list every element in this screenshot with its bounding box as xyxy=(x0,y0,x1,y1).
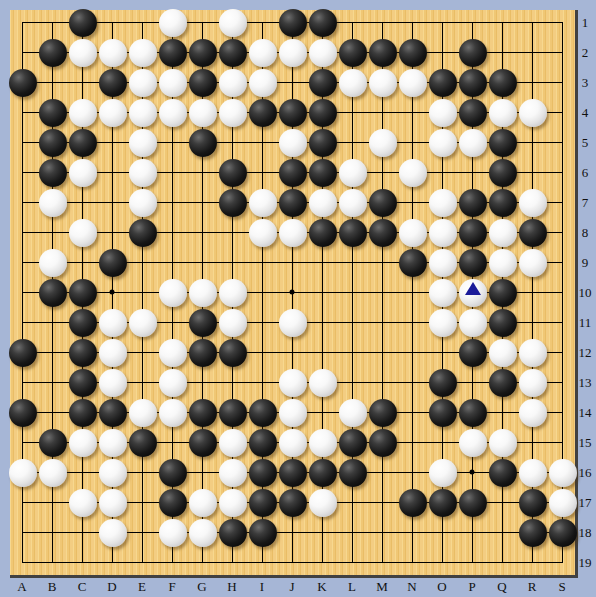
white-stone-K17[interactable] xyxy=(309,489,337,517)
white-stone-H17[interactable] xyxy=(219,489,247,517)
black-stone-H6[interactable] xyxy=(219,159,247,187)
white-stone-D17[interactable] xyxy=(99,489,127,517)
black-stone-N17[interactable] xyxy=(399,489,427,517)
white-stone-D4[interactable] xyxy=(99,99,127,127)
black-stone-Q3[interactable] xyxy=(489,69,517,97)
black-stone-O3[interactable] xyxy=(429,69,457,97)
white-stone-Q12[interactable] xyxy=(489,339,517,367)
black-stone-B10[interactable] xyxy=(39,279,67,307)
white-stone-O7[interactable] xyxy=(429,189,457,217)
white-stone-C8[interactable] xyxy=(69,219,97,247)
black-stone-P14[interactable] xyxy=(459,399,487,427)
white-stone-H10[interactable] xyxy=(219,279,247,307)
white-stone-L7[interactable] xyxy=(339,189,367,217)
white-stone-M5[interactable] xyxy=(369,129,397,157)
white-stone-J15[interactable] xyxy=(279,429,307,457)
row-label-1: 1 xyxy=(582,16,589,29)
row-label-10: 10 xyxy=(579,286,592,299)
black-stone-I15[interactable] xyxy=(249,429,277,457)
white-stone-H4[interactable] xyxy=(219,99,247,127)
white-stone-D12[interactable] xyxy=(99,339,127,367)
black-stone-G3[interactable] xyxy=(189,69,217,97)
black-stone-J1[interactable] xyxy=(279,9,307,37)
white-stone-G4[interactable] xyxy=(189,99,217,127)
white-stone-R9[interactable] xyxy=(519,249,547,277)
black-stone-P4[interactable] xyxy=(459,99,487,127)
black-stone-I14[interactable] xyxy=(249,399,277,427)
black-stone-D9[interactable] xyxy=(99,249,127,277)
white-stone-S16[interactable] xyxy=(549,459,577,487)
black-stone-J6[interactable] xyxy=(279,159,307,187)
column-label-B: B xyxy=(48,580,57,593)
black-stone-L16[interactable] xyxy=(339,459,367,487)
white-stone-F14[interactable] xyxy=(159,399,187,427)
black-stone-A14[interactable] xyxy=(9,399,37,427)
black-stone-H18[interactable] xyxy=(219,519,247,547)
white-stone-H15[interactable] xyxy=(219,429,247,457)
black-stone-R17[interactable] xyxy=(519,489,547,517)
white-stone-J2[interactable] xyxy=(279,39,307,67)
white-stone-C2[interactable] xyxy=(69,39,97,67)
black-stone-B2[interactable] xyxy=(39,39,67,67)
white-stone-H1[interactable] xyxy=(219,9,247,37)
column-label-D: D xyxy=(107,580,116,593)
row-label-12: 12 xyxy=(579,346,592,359)
black-stone-A3[interactable] xyxy=(9,69,37,97)
column-label-O: O xyxy=(437,580,446,593)
black-stone-Q10[interactable] xyxy=(489,279,517,307)
black-stone-E15[interactable] xyxy=(129,429,157,457)
black-stone-N9[interactable] xyxy=(399,249,427,277)
white-stone-E11[interactable] xyxy=(129,309,157,337)
white-stone-M3[interactable] xyxy=(369,69,397,97)
white-stone-F18[interactable] xyxy=(159,519,187,547)
black-stone-K3[interactable] xyxy=(309,69,337,97)
black-stone-P7[interactable] xyxy=(459,189,487,217)
black-stone-H14[interactable] xyxy=(219,399,247,427)
white-stone-J14[interactable] xyxy=(279,399,307,427)
white-stone-D18[interactable] xyxy=(99,519,127,547)
white-stone-F10[interactable] xyxy=(159,279,187,307)
row-label-8: 8 xyxy=(582,226,589,239)
white-stone-D2[interactable] xyxy=(99,39,127,67)
black-stone-H12[interactable] xyxy=(219,339,247,367)
white-stone-G18[interactable] xyxy=(189,519,217,547)
white-stone-E3[interactable] xyxy=(129,69,157,97)
white-stone-F12[interactable] xyxy=(159,339,187,367)
white-stone-Q8[interactable] xyxy=(489,219,517,247)
column-label-P: P xyxy=(468,580,475,593)
row-label-14: 14 xyxy=(579,406,592,419)
go-board-screenshot: ABCDEFGHIJKLMNOPQRS123456789101112131415… xyxy=(0,0,596,597)
white-stone-F4[interactable] xyxy=(159,99,187,127)
white-stone-J5[interactable] xyxy=(279,129,307,157)
black-stone-F16[interactable] xyxy=(159,459,187,487)
black-stone-G12[interactable] xyxy=(189,339,217,367)
white-stone-F13[interactable] xyxy=(159,369,187,397)
black-stone-K16[interactable] xyxy=(309,459,337,487)
column-label-G: G xyxy=(197,580,206,593)
black-stone-C13[interactable] xyxy=(69,369,97,397)
white-stone-D13[interactable] xyxy=(99,369,127,397)
white-stone-L3[interactable] xyxy=(339,69,367,97)
black-stone-I4[interactable] xyxy=(249,99,277,127)
white-stone-C4[interactable] xyxy=(69,99,97,127)
white-stone-O8[interactable] xyxy=(429,219,457,247)
white-stone-C15[interactable] xyxy=(69,429,97,457)
last-move-triangle-marker xyxy=(465,282,481,295)
white-stone-J13[interactable] xyxy=(279,369,307,397)
white-stone-E14[interactable] xyxy=(129,399,157,427)
black-stone-I16[interactable] xyxy=(249,459,277,487)
black-stone-M7[interactable] xyxy=(369,189,397,217)
row-label-6: 6 xyxy=(582,166,589,179)
black-stone-O17[interactable] xyxy=(429,489,457,517)
white-stone-Q4[interactable] xyxy=(489,99,517,127)
black-stone-L15[interactable] xyxy=(339,429,367,457)
black-stone-P3[interactable] xyxy=(459,69,487,97)
row-label-9: 9 xyxy=(582,256,589,269)
row-label-16: 16 xyxy=(579,466,592,479)
black-stone-J7[interactable] xyxy=(279,189,307,217)
black-stone-A12[interactable] xyxy=(9,339,37,367)
black-stone-O13[interactable] xyxy=(429,369,457,397)
black-stone-Q6[interactable] xyxy=(489,159,517,187)
black-stone-F2[interactable] xyxy=(159,39,187,67)
white-stone-G17[interactable] xyxy=(189,489,217,517)
black-stone-K1[interactable] xyxy=(309,9,337,37)
white-stone-O11[interactable] xyxy=(429,309,457,337)
white-stone-R14[interactable] xyxy=(519,399,547,427)
black-stone-R8[interactable] xyxy=(519,219,547,247)
column-label-H: H xyxy=(227,580,236,593)
row-label-7: 7 xyxy=(582,196,589,209)
black-stone-I17[interactable] xyxy=(249,489,277,517)
row-label-19: 19 xyxy=(579,556,592,569)
black-stone-C11[interactable] xyxy=(69,309,97,337)
white-stone-R12[interactable] xyxy=(519,339,547,367)
white-stone-E2[interactable] xyxy=(129,39,157,67)
column-label-J: J xyxy=(289,580,294,593)
row-label-17: 17 xyxy=(579,496,592,509)
white-stone-E4[interactable] xyxy=(129,99,157,127)
white-stone-H16[interactable] xyxy=(219,459,247,487)
black-stone-P8[interactable] xyxy=(459,219,487,247)
black-stone-F17[interactable] xyxy=(159,489,187,517)
white-stone-N8[interactable] xyxy=(399,219,427,247)
black-stone-N2[interactable] xyxy=(399,39,427,67)
white-stone-D16[interactable] xyxy=(99,459,127,487)
black-stone-K5[interactable] xyxy=(309,129,337,157)
black-stone-M2[interactable] xyxy=(369,39,397,67)
black-stone-J16[interactable] xyxy=(279,459,307,487)
star-point xyxy=(470,470,475,475)
white-stone-C6[interactable] xyxy=(69,159,97,187)
black-stone-H7[interactable] xyxy=(219,189,247,217)
white-stone-S17[interactable] xyxy=(549,489,577,517)
white-stone-E5[interactable] xyxy=(129,129,157,157)
black-stone-C14[interactable] xyxy=(69,399,97,427)
black-stone-B15[interactable] xyxy=(39,429,67,457)
star-point xyxy=(110,290,115,295)
white-stone-F3[interactable] xyxy=(159,69,187,97)
column-label-A: A xyxy=(17,580,26,593)
white-stone-C17[interactable] xyxy=(69,489,97,517)
black-stone-M8[interactable] xyxy=(369,219,397,247)
black-stone-C12[interactable] xyxy=(69,339,97,367)
row-label-18: 18 xyxy=(579,526,592,539)
white-stone-K13[interactable] xyxy=(309,369,337,397)
column-label-E: E xyxy=(138,580,146,593)
black-stone-O14[interactable] xyxy=(429,399,457,427)
white-stone-R7[interactable] xyxy=(519,189,547,217)
grid-line-vertical xyxy=(412,22,413,563)
black-stone-P17[interactable] xyxy=(459,489,487,517)
column-label-C: C xyxy=(78,580,87,593)
white-stone-Q9[interactable] xyxy=(489,249,517,277)
black-stone-P9[interactable] xyxy=(459,249,487,277)
black-stone-L8[interactable] xyxy=(339,219,367,247)
column-label-F: F xyxy=(168,580,175,593)
black-stone-G14[interactable] xyxy=(189,399,217,427)
black-stone-B6[interactable] xyxy=(39,159,67,187)
white-stone-R4[interactable] xyxy=(519,99,547,127)
black-stone-L2[interactable] xyxy=(339,39,367,67)
black-stone-S18[interactable] xyxy=(549,519,577,547)
black-stone-E8[interactable] xyxy=(129,219,157,247)
white-stone-P15[interactable] xyxy=(459,429,487,457)
white-stone-R16[interactable] xyxy=(519,459,547,487)
black-stone-G5[interactable] xyxy=(189,129,217,157)
row-label-3: 3 xyxy=(582,76,589,89)
black-stone-C1[interactable] xyxy=(69,9,97,37)
black-stone-G2[interactable] xyxy=(189,39,217,67)
row-label-13: 13 xyxy=(579,376,592,389)
white-stone-I7[interactable] xyxy=(249,189,277,217)
black-stone-G15[interactable] xyxy=(189,429,217,457)
grid-line-vertical xyxy=(382,22,383,563)
white-stone-B7[interactable] xyxy=(39,189,67,217)
white-stone-N3[interactable] xyxy=(399,69,427,97)
star-point xyxy=(290,290,295,295)
column-label-S: S xyxy=(558,580,565,593)
white-stone-J8[interactable] xyxy=(279,219,307,247)
white-stone-O10[interactable] xyxy=(429,279,457,307)
white-stone-D11[interactable] xyxy=(99,309,127,337)
column-label-K: K xyxy=(317,580,326,593)
black-stone-J4[interactable] xyxy=(279,99,307,127)
white-stone-I8[interactable] xyxy=(249,219,277,247)
white-stone-I3[interactable] xyxy=(249,69,277,97)
black-stone-K8[interactable] xyxy=(309,219,337,247)
white-stone-H3[interactable] xyxy=(219,69,247,97)
row-label-11: 11 xyxy=(579,316,592,329)
white-stone-H11[interactable] xyxy=(219,309,247,337)
column-label-M: M xyxy=(376,580,388,593)
black-stone-J17[interactable] xyxy=(279,489,307,517)
white-stone-N6[interactable] xyxy=(399,159,427,187)
black-stone-R18[interactable] xyxy=(519,519,547,547)
black-stone-M15[interactable] xyxy=(369,429,397,457)
column-label-N: N xyxy=(407,580,416,593)
white-stone-D15[interactable] xyxy=(99,429,127,457)
black-stone-M14[interactable] xyxy=(369,399,397,427)
black-stone-C5[interactable] xyxy=(69,129,97,157)
white-stone-L14[interactable] xyxy=(339,399,367,427)
white-stone-E7[interactable] xyxy=(129,189,157,217)
column-label-L: L xyxy=(348,580,356,593)
white-stone-G10[interactable] xyxy=(189,279,217,307)
row-label-15: 15 xyxy=(579,436,592,449)
white-stone-B16[interactable] xyxy=(39,459,67,487)
white-stone-E6[interactable] xyxy=(129,159,157,187)
black-stone-Q7[interactable] xyxy=(489,189,517,217)
column-label-Q: Q xyxy=(497,580,506,593)
row-label-4: 4 xyxy=(582,106,589,119)
white-stone-I2[interactable] xyxy=(249,39,277,67)
white-stone-K15[interactable] xyxy=(309,429,337,457)
column-label-I: I xyxy=(260,580,264,593)
white-stone-O16[interactable] xyxy=(429,459,457,487)
black-stone-P12[interactable] xyxy=(459,339,487,367)
white-stone-K2[interactable] xyxy=(309,39,337,67)
black-stone-H2[interactable] xyxy=(219,39,247,67)
white-stone-L6[interactable] xyxy=(339,159,367,187)
white-stone-B9[interactable] xyxy=(39,249,67,277)
black-stone-B4[interactable] xyxy=(39,99,67,127)
white-stone-O5[interactable] xyxy=(429,129,457,157)
row-label-5: 5 xyxy=(582,136,589,149)
black-stone-D14[interactable] xyxy=(99,399,127,427)
white-stone-K7[interactable] xyxy=(309,189,337,217)
black-stone-K4[interactable] xyxy=(309,99,337,127)
white-stone-P5[interactable] xyxy=(459,129,487,157)
black-stone-Q5[interactable] xyxy=(489,129,517,157)
black-stone-K6[interactable] xyxy=(309,159,337,187)
white-stone-J11[interactable] xyxy=(279,309,307,337)
black-stone-D3[interactable] xyxy=(99,69,127,97)
white-stone-Q15[interactable] xyxy=(489,429,517,457)
white-stone-R13[interactable] xyxy=(519,369,547,397)
row-label-2: 2 xyxy=(582,46,589,59)
white-stone-P11[interactable] xyxy=(459,309,487,337)
white-stone-O9[interactable] xyxy=(429,249,457,277)
black-stone-Q16[interactable] xyxy=(489,459,517,487)
black-stone-Q11[interactable] xyxy=(489,309,517,337)
black-stone-C10[interactable] xyxy=(69,279,97,307)
white-stone-O4[interactable] xyxy=(429,99,457,127)
black-stone-Q13[interactable] xyxy=(489,369,517,397)
black-stone-I18[interactable] xyxy=(249,519,277,547)
column-label-R: R xyxy=(528,580,537,593)
black-stone-B5[interactable] xyxy=(39,129,67,157)
white-stone-A16[interactable] xyxy=(9,459,37,487)
black-stone-P2[interactable] xyxy=(459,39,487,67)
white-stone-F1[interactable] xyxy=(159,9,187,37)
black-stone-G11[interactable] xyxy=(189,309,217,337)
